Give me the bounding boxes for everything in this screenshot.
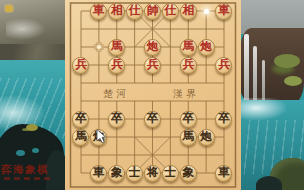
- piece-red-general[interactable]: 帥: [144, 3, 161, 20]
- piece-black-horse[interactable]: 馬: [180, 129, 197, 146]
- piece-label: 兵: [147, 60, 159, 72]
- piece-red-horse[interactable]: 馬: [108, 39, 125, 56]
- piece-label: 炮: [147, 42, 159, 54]
- piece-red-soldier[interactable]: 兵: [72, 57, 89, 74]
- piece-red-cannon[interactable]: 炮: [198, 39, 215, 56]
- piece-grid: 車相仕帥仕相車馬炮馬炮兵兵兵兵兵卒卒卒卒卒馬炮馬炮車象士将士象車: [72, 2, 233, 182]
- piece-red-elephant[interactable]: 相: [108, 3, 125, 20]
- piece-label: 卒: [182, 114, 194, 126]
- waterfall-cliff: [240, 28, 304, 106]
- piece-label: 馬: [75, 132, 87, 144]
- rock-hole: [32, 148, 39, 153]
- waterfall-foam-pool: [240, 98, 286, 120]
- piece-label: 仕: [165, 6, 177, 17]
- piece-label: 馬: [182, 132, 194, 144]
- dark-rock: [256, 176, 282, 190]
- moss-patch: [274, 54, 300, 68]
- piece-label: 兵: [182, 60, 194, 72]
- piece-red-horse[interactable]: 馬: [180, 39, 197, 56]
- piece-red-advisor[interactable]: 仕: [126, 3, 143, 20]
- piece-black-soldier[interactable]: 卒: [108, 111, 125, 128]
- piece-black-soldier[interactable]: 卒: [215, 111, 232, 128]
- piece-black-soldier[interactable]: 卒: [72, 111, 89, 128]
- piece-label: 帥: [147, 6, 159, 17]
- piece-label: 卒: [147, 114, 159, 126]
- piece-label: 卒: [75, 114, 87, 126]
- piece-red-soldier[interactable]: 兵: [180, 57, 197, 74]
- piece-label: 馬: [111, 42, 123, 54]
- piece-red-cannon[interactable]: 炮: [144, 39, 161, 56]
- piece-label: 炮: [93, 132, 105, 144]
- piece-label: 将: [147, 168, 159, 180]
- piece-red-soldier[interactable]: 兵: [108, 57, 125, 74]
- piece-label: 相: [182, 6, 194, 17]
- piece-label: 炮: [200, 42, 212, 54]
- piece-red-advisor[interactable]: 仕: [162, 3, 179, 20]
- rock-hole: [16, 150, 25, 156]
- piece-black-cannon[interactable]: 炮: [90, 129, 107, 146]
- moss-patch: [284, 76, 302, 86]
- right-scenery-panel: [240, 0, 304, 190]
- piece-red-chariot[interactable]: 車: [215, 3, 232, 20]
- piece-label: 象: [111, 168, 123, 180]
- piece-label: 兵: [111, 60, 123, 72]
- watermark-subtext: [4, 177, 50, 180]
- piece-label: 馬: [182, 42, 194, 54]
- piece-black-soldier[interactable]: 卒: [144, 111, 161, 128]
- piece-label: 車: [93, 6, 105, 17]
- left-scenery-panel: 弈海象棋: [0, 0, 65, 190]
- piece-label: 車: [218, 6, 230, 17]
- moss-patch-icon: [26, 124, 38, 131]
- piece-black-elephant[interactable]: 象: [108, 165, 125, 182]
- game-screen: 弈海象棋 楚河 漢界 車相仕帥仕相車馬炮馬炮兵兵兵兵兵卒卒卒卒卒馬炮馬炮車象士将…: [0, 0, 304, 190]
- piece-black-elephant[interactable]: 象: [180, 165, 197, 182]
- mountain-snow-streak: [6, 18, 46, 40]
- piece-red-elephant[interactable]: 相: [180, 3, 197, 20]
- piece-red-soldier[interactable]: 兵: [144, 57, 161, 74]
- piece-label: 卒: [111, 114, 123, 126]
- xiangqi-board[interactable]: 楚河 漢界 車相仕帥仕相車馬炮馬炮兵兵兵兵兵卒卒卒卒卒馬炮馬炮車象士将士象車: [65, 0, 241, 190]
- piece-black-advisor[interactable]: 士: [126, 165, 143, 182]
- app-watermark: 弈海象棋: [1, 163, 63, 177]
- piece-black-chariot[interactable]: 車: [90, 165, 107, 182]
- piece-black-soldier[interactable]: 卒: [180, 111, 197, 128]
- piece-label: 卒: [218, 114, 230, 126]
- corner-logo-icon: [5, 4, 14, 12]
- piece-black-general[interactable]: 将: [144, 165, 161, 182]
- piece-black-chariot[interactable]: 車: [215, 165, 232, 182]
- move-glow-marker: [204, 9, 209, 14]
- piece-red-soldier[interactable]: 兵: [215, 57, 232, 74]
- piece-label: 兵: [75, 60, 87, 72]
- piece-label: 相: [111, 6, 123, 17]
- piece-label: 炮: [200, 132, 212, 144]
- piece-label: 車: [93, 168, 105, 180]
- piece-red-chariot[interactable]: 車: [90, 3, 107, 20]
- piece-label: 車: [218, 168, 230, 180]
- piece-label: 士: [165, 168, 177, 180]
- piece-black-cannon[interactable]: 炮: [198, 129, 215, 146]
- piece-label: 士: [129, 168, 141, 180]
- piece-black-horse[interactable]: 馬: [72, 129, 89, 146]
- waterfall-stream: [244, 34, 249, 106]
- piece-black-advisor[interactable]: 士: [162, 165, 179, 182]
- piece-label: 仕: [129, 6, 141, 17]
- piece-label: 象: [182, 168, 194, 180]
- piece-label: 兵: [218, 60, 230, 72]
